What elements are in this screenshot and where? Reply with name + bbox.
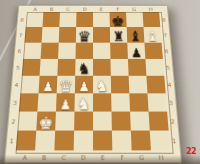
rank-label-right-6: 6 [162, 43, 172, 59]
square-b2[interactable]: ♚ [36, 112, 56, 131]
white-knight: ♞ [95, 79, 109, 95]
white-knight: ♞ [77, 97, 91, 113]
white-pawn: ♟ [42, 79, 54, 95]
square-f8[interactable]: ♚ [110, 12, 127, 27]
rank-label-right-1: 1 [169, 131, 180, 151]
square-g2[interactable] [130, 112, 150, 131]
square-e7[interactable] [93, 27, 110, 43]
photo-scene: ABCDEFGH8♚87♛♜♝♝76♟65♞54♟♛♟♞43♟♞32♚211AB… [0, 0, 200, 164]
square-f5[interactable] [110, 59, 128, 76]
white-queen: ♛ [58, 79, 73, 95]
square-c6[interactable] [58, 43, 76, 59]
square-g1[interactable] [131, 131, 151, 151]
square-c2[interactable] [55, 112, 74, 131]
board-grid: ABCDEFGH8♚87♛♜♝♝76♟65♞54♟♛♟♞43♟♞32♚211AB… [5, 6, 181, 164]
square-e8[interactable] [93, 12, 110, 27]
square-h4[interactable] [146, 76, 165, 94]
square-h3[interactable] [147, 93, 167, 111]
square-a2[interactable] [17, 112, 37, 131]
white-bishop: ♝ [146, 30, 160, 44]
square-c3[interactable]: ♟ [56, 93, 75, 111]
square-f4[interactable] [111, 76, 130, 94]
rank-label-right-5: 5 [163, 59, 173, 76]
square-e3[interactable] [93, 93, 112, 111]
page-number: 22 [186, 147, 196, 156]
square-f1[interactable] [112, 131, 132, 151]
rank-label-right-7: 7 [160, 27, 170, 43]
black-knight: ♞ [77, 62, 90, 77]
square-d2[interactable] [74, 112, 93, 131]
floor-shadow [0, 155, 200, 164]
rank-label-right-2: 2 [167, 112, 178, 131]
square-a1[interactable] [16, 131, 37, 151]
square-e2[interactable] [93, 112, 112, 131]
square-g3[interactable] [129, 93, 148, 111]
square-h2[interactable] [149, 112, 169, 131]
square-f7[interactable]: ♜ [110, 27, 127, 43]
square-h5[interactable] [145, 59, 164, 76]
square-b8[interactable] [43, 12, 60, 27]
square-b7[interactable] [42, 27, 60, 43]
rank-label-right-3: 3 [166, 93, 177, 111]
square-e6[interactable] [93, 43, 110, 59]
square-a3[interactable] [19, 93, 39, 111]
square-h1[interactable] [150, 131, 171, 151]
square-d5[interactable]: ♞ [75, 59, 93, 76]
rank-label-right-8: 8 [159, 12, 169, 27]
black-bishop: ♝ [129, 30, 142, 44]
square-h6[interactable] [144, 43, 162, 59]
square-a4[interactable] [20, 76, 39, 94]
square-a8[interactable] [26, 12, 44, 27]
white-pawn: ♟ [78, 79, 89, 95]
square-d6[interactable] [76, 43, 93, 59]
black-rook: ♜ [112, 30, 124, 44]
black-king: ♚ [111, 15, 125, 28]
black-queen: ♛ [78, 30, 92, 44]
square-g4[interactable] [129, 76, 148, 94]
square-c7[interactable] [59, 27, 76, 43]
square-e5[interactable] [93, 59, 111, 76]
square-e1[interactable] [93, 131, 112, 151]
square-d8[interactable] [76, 12, 93, 27]
square-d3[interactable]: ♞ [74, 93, 93, 111]
square-c1[interactable] [54, 131, 74, 151]
square-g6[interactable]: ♟ [127, 43, 145, 59]
square-f2[interactable] [112, 112, 131, 131]
square-a6[interactable] [23, 43, 41, 59]
square-f6[interactable] [110, 43, 128, 59]
square-g8[interactable] [126, 12, 143, 27]
square-a5[interactable] [22, 59, 41, 76]
square-h8[interactable] [143, 12, 161, 27]
square-d7[interactable]: ♛ [76, 27, 93, 43]
square-b6[interactable] [41, 43, 59, 59]
white-pawn: ♟ [59, 97, 71, 113]
square-b4[interactable]: ♟ [39, 76, 58, 94]
square-c5[interactable] [57, 59, 75, 76]
square-b3[interactable] [37, 93, 56, 111]
square-h7[interactable]: ♝ [143, 27, 161, 43]
square-b5[interactable] [40, 59, 58, 76]
square-e4[interactable]: ♞ [93, 76, 111, 94]
square-c8[interactable] [59, 12, 76, 27]
square-c4[interactable]: ♛ [57, 76, 76, 94]
black-pawn: ♟ [131, 45, 143, 59]
square-b1[interactable] [35, 131, 55, 151]
demo-chess-board: ABCDEFGH8♚87♛♜♝♝76♟65♞54♟♛♟♞43♟♞32♚211AB… [4, 5, 182, 164]
square-d4[interactable]: ♟ [75, 76, 93, 94]
square-g5[interactable] [128, 59, 146, 76]
white-king: ♚ [38, 115, 54, 132]
square-f3[interactable] [111, 93, 130, 111]
square-a7[interactable] [24, 27, 42, 43]
rank-label-right-4: 4 [164, 76, 174, 94]
square-d1[interactable] [74, 131, 93, 151]
square-g7[interactable]: ♝ [127, 27, 145, 43]
